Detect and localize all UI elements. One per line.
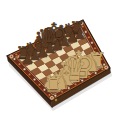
corner-medallion-center bbox=[11, 56, 13, 58]
chess-piece-white-r: ♜ bbox=[44, 72, 63, 97]
border-rosette bbox=[38, 83, 41, 86]
border-rosette bbox=[88, 36, 91, 39]
latch bbox=[55, 99, 57, 101]
border-rosette bbox=[28, 73, 31, 76]
corner-medallion-center bbox=[51, 97, 53, 99]
border-rosette bbox=[23, 68, 26, 71]
border-rosette bbox=[33, 78, 36, 81]
chess-piece-black-p: ♟ bbox=[21, 51, 34, 67]
chess-set-photo: ♜♞♟♝♟♚♟♛♟♝♟♞♟♜♟♟♟♟♜♟♞♟♝♟♚♟♛♟♝♟♞♜ bbox=[0, 0, 120, 120]
chess-board: ♜♞♟♝♟♚♟♛♟♝♟♞♟♜♟♟♟♟♜♟♞♟♝♟♚♟♛♟♝♟♞♜ bbox=[0, 0, 120, 120]
